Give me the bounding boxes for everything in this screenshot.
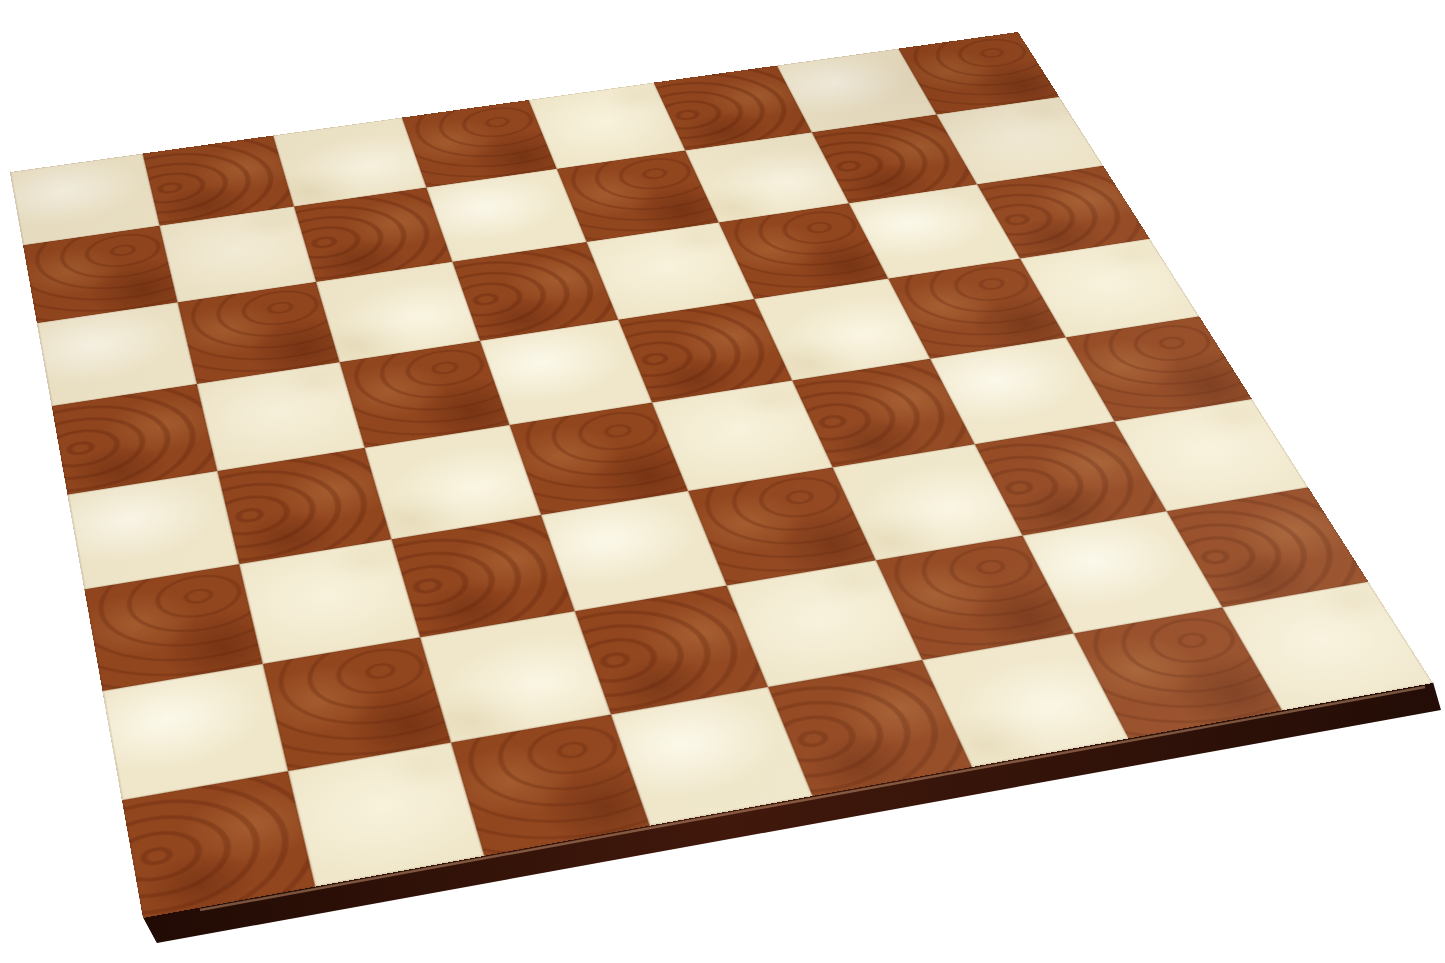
product-photo-stage <box>0 0 1445 963</box>
